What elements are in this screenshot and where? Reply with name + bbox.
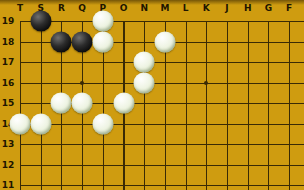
black-stone-q18	[72, 31, 93, 52]
white-stone-t14	[10, 113, 31, 134]
board-top-shadow	[0, 0, 304, 5]
white-stone-n17	[134, 52, 155, 73]
white-stone-p18	[92, 31, 113, 52]
column-label-g: G	[265, 4, 272, 13]
white-stone-o15	[113, 93, 134, 114]
white-stone-m18	[154, 31, 175, 52]
white-stone-r15	[51, 93, 72, 114]
column-label-j: J	[225, 4, 228, 13]
row-label-11: 11	[2, 181, 15, 190]
black-stone-r18	[51, 31, 72, 52]
star-point-q16	[80, 81, 84, 85]
star-point-k16	[204, 81, 208, 85]
go-app-window: TSRQPONMLKJHGF 191817161514131211	[0, 0, 304, 190]
column-label-r: R	[58, 4, 65, 13]
column-label-q: Q	[78, 4, 86, 13]
white-stone-s14	[30, 113, 51, 134]
black-stone-s19	[30, 11, 51, 32]
column-label-n: N	[140, 4, 148, 13]
white-stone-p14	[92, 113, 113, 134]
row-label-15: 15	[2, 99, 15, 108]
column-label-t: T	[17, 4, 23, 13]
row-label-17: 17	[2, 58, 15, 67]
row-label-13: 13	[2, 140, 15, 149]
column-label-m: M	[160, 4, 169, 13]
column-label-h: H	[244, 4, 252, 13]
white-stone-p19	[92, 11, 113, 32]
column-label-k: K	[203, 4, 210, 13]
column-label-o: O	[120, 4, 128, 13]
white-stone-q15	[72, 93, 93, 114]
row-label-12: 12	[2, 160, 15, 169]
white-stone-n16	[134, 72, 155, 93]
column-label-f: F	[286, 4, 292, 13]
row-label-18: 18	[2, 37, 15, 46]
column-label-l: L	[183, 4, 189, 13]
row-label-19: 19	[2, 17, 15, 26]
row-label-16: 16	[2, 78, 15, 87]
